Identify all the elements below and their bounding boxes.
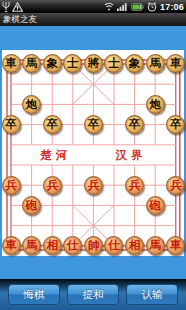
piece-r-相[interactable]: 相: [43, 236, 62, 255]
piece-b-卒[interactable]: 卒: [84, 115, 103, 134]
piece-b-車[interactable]: 車: [2, 54, 21, 73]
piece-r-帥[interactable]: 帥: [84, 236, 103, 255]
piece-b-車[interactable]: 車: [166, 54, 185, 73]
pieces-layer: 車馬象士將士象馬車炮炮卒卒卒卒卒兵兵兵兵兵砲砲車馬相仕帥仕相馬車: [1, 54, 186, 256]
signal-bars-icon: [117, 2, 128, 11]
usb-icon: [2, 2, 10, 12]
status-clock: 17:06: [160, 2, 184, 12]
offer-draw-button[interactable]: 提和: [67, 284, 119, 305]
piece-b-炮[interactable]: 炮: [22, 95, 41, 114]
piece-b-卒[interactable]: 卒: [125, 115, 144, 134]
piece-r-馬[interactable]: 馬: [146, 236, 165, 255]
piece-r-兵[interactable]: 兵: [125, 176, 144, 195]
piece-b-馬[interactable]: 馬: [146, 54, 165, 73]
piece-r-兵[interactable]: 兵: [166, 176, 185, 195]
piece-r-車[interactable]: 車: [166, 236, 185, 255]
app-title: 象棋之友: [3, 14, 37, 24]
wifi-icon: [104, 2, 114, 11]
piece-r-仕[interactable]: 仕: [63, 236, 82, 255]
piece-r-相[interactable]: 相: [125, 236, 144, 255]
phone-screen: 17:06 象棋之友: [0, 0, 186, 310]
resign-button[interactable]: 认输: [126, 284, 178, 305]
piece-b-象[interactable]: 象: [125, 54, 144, 73]
alert-triangle-icon: [12, 2, 23, 12]
piece-b-士[interactable]: 士: [104, 54, 123, 73]
piece-b-象[interactable]: 象: [43, 54, 62, 73]
app-title-bar: 象棋之友: [0, 13, 186, 26]
piece-r-兵[interactable]: 兵: [2, 176, 21, 195]
piece-r-車[interactable]: 車: [2, 236, 21, 255]
piece-b-馬[interactable]: 馬: [22, 54, 41, 73]
status-icons-right: 17:06: [104, 2, 186, 12]
piece-r-兵[interactable]: 兵: [84, 176, 103, 195]
status-icons-left: [0, 2, 104, 12]
battery-icon: [131, 3, 144, 11]
action-button-bar: 悔棋 提和 认输: [0, 279, 186, 310]
piece-b-士[interactable]: 士: [63, 54, 82, 73]
alarm-clock-icon: [147, 2, 157, 12]
status-bar: 17:06: [0, 0, 186, 13]
piece-b-將[interactable]: 將: [84, 54, 103, 73]
piece-b-卒[interactable]: 卒: [2, 115, 21, 134]
piece-r-仕[interactable]: 仕: [104, 236, 123, 255]
piece-r-砲[interactable]: 砲: [22, 196, 41, 215]
xiangqi-board[interactable]: 楚河 汉界 車馬象士將士象馬車炮炮卒卒卒卒卒兵兵兵兵兵砲砲車馬相仕帥仕相馬車: [2, 50, 184, 256]
piece-b-卒[interactable]: 卒: [166, 115, 185, 134]
undo-move-button[interactable]: 悔棋: [8, 284, 60, 305]
piece-r-馬[interactable]: 馬: [22, 236, 41, 255]
piece-r-兵[interactable]: 兵: [43, 176, 62, 195]
piece-b-炮[interactable]: 炮: [146, 95, 165, 114]
piece-r-砲[interactable]: 砲: [146, 196, 165, 215]
piece-b-卒[interactable]: 卒: [43, 115, 62, 134]
